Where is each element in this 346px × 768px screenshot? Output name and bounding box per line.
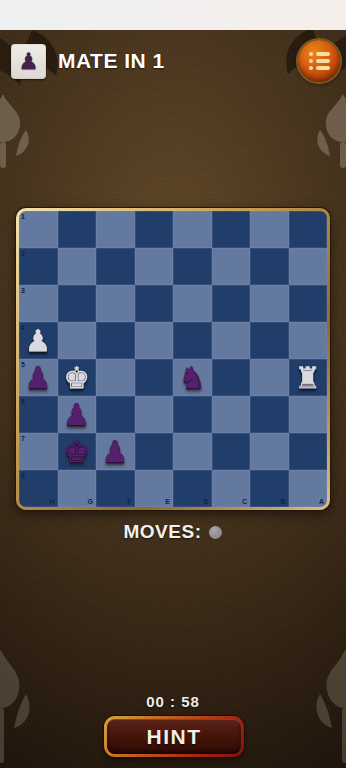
square-a4[interactable] bbox=[289, 322, 328, 359]
page-title: MATE IN 1 bbox=[58, 49, 165, 73]
square-f3[interactable] bbox=[96, 285, 135, 322]
hint-button[interactable]: HINT bbox=[104, 716, 244, 757]
square-g5[interactable]: ♚ bbox=[58, 359, 97, 396]
square-e5[interactable] bbox=[135, 359, 174, 396]
square-f6[interactable] bbox=[96, 396, 135, 433]
square-b6[interactable] bbox=[250, 396, 289, 433]
square-c7[interactable] bbox=[212, 433, 251, 470]
square-f7[interactable]: ♟ bbox=[96, 433, 135, 470]
moves-label: MOVES: bbox=[124, 521, 202, 543]
white-king-g5[interactable]: ♚ bbox=[63, 363, 90, 393]
file-label: B bbox=[280, 498, 285, 505]
square-g6[interactable]: ♟ bbox=[58, 396, 97, 433]
square-c1[interactable] bbox=[212, 211, 251, 248]
square-a6[interactable] bbox=[289, 396, 328, 433]
square-e3[interactable] bbox=[135, 285, 174, 322]
square-h4[interactable]: 4♟ bbox=[19, 322, 58, 359]
square-f8[interactable]: F bbox=[96, 470, 135, 507]
black-pawn-f7[interactable]: ♟ bbox=[102, 437, 129, 467]
square-c3[interactable] bbox=[212, 285, 251, 322]
square-b4[interactable] bbox=[250, 322, 289, 359]
square-a7[interactable] bbox=[289, 433, 328, 470]
square-d8[interactable]: D bbox=[173, 470, 212, 507]
square-a2[interactable] bbox=[289, 248, 328, 285]
puzzle-pawn-icon: ♟ bbox=[11, 44, 46, 79]
square-g4[interactable] bbox=[58, 322, 97, 359]
square-h2[interactable]: 2 bbox=[19, 248, 58, 285]
square-h1[interactable]: 1 bbox=[19, 211, 58, 248]
square-g7[interactable]: ♚ bbox=[58, 433, 97, 470]
square-d1[interactable] bbox=[173, 211, 212, 248]
square-e1[interactable] bbox=[135, 211, 174, 248]
square-a3[interactable] bbox=[289, 285, 328, 322]
square-c5[interactable] bbox=[212, 359, 251, 396]
list-icon bbox=[309, 52, 330, 70]
status-bar bbox=[0, 0, 346, 30]
black-pawn-h5[interactable]: ♟ bbox=[25, 363, 52, 393]
square-e6[interactable] bbox=[135, 396, 174, 433]
square-d7[interactable] bbox=[173, 433, 212, 470]
square-h3[interactable]: 3 bbox=[19, 285, 58, 322]
square-e7[interactable] bbox=[135, 433, 174, 470]
square-c8[interactable]: C bbox=[212, 470, 251, 507]
square-a5[interactable]: ♜ bbox=[289, 359, 328, 396]
rank-label: 1 bbox=[21, 213, 25, 220]
moves-row: MOVES: bbox=[0, 521, 346, 543]
square-d5[interactable]: ♞ bbox=[173, 359, 212, 396]
square-b5[interactable] bbox=[250, 359, 289, 396]
board-grid[interactable]: 1234♟5♟♚♞♜6♟7♚♟8HGFEDCBA bbox=[19, 211, 327, 507]
square-a8[interactable]: A bbox=[289, 470, 328, 507]
square-c2[interactable] bbox=[212, 248, 251, 285]
square-f2[interactable] bbox=[96, 248, 135, 285]
rank-label: 2 bbox=[21, 250, 25, 257]
rank-label: 7 bbox=[21, 435, 25, 442]
square-f4[interactable] bbox=[96, 322, 135, 359]
square-a1[interactable] bbox=[289, 211, 328, 248]
chess-board-frame: 1234♟5♟♚♞♜6♟7♚♟8HGFEDCBA bbox=[16, 208, 330, 510]
file-label: C bbox=[242, 498, 247, 505]
file-label: E bbox=[165, 498, 170, 505]
square-d3[interactable] bbox=[173, 285, 212, 322]
file-label: A bbox=[319, 498, 324, 505]
square-b8[interactable]: B bbox=[250, 470, 289, 507]
square-e4[interactable] bbox=[135, 322, 174, 359]
black-knight-d5[interactable]: ♞ bbox=[179, 363, 206, 393]
square-h5[interactable]: 5♟ bbox=[19, 359, 58, 396]
file-label: G bbox=[88, 498, 93, 505]
square-g2[interactable] bbox=[58, 248, 97, 285]
menu-button[interactable] bbox=[298, 40, 340, 82]
black-pawn-g6[interactable]: ♟ bbox=[63, 400, 90, 430]
square-h8[interactable]: 8H bbox=[19, 470, 58, 507]
white-rook-a5[interactable]: ♜ bbox=[294, 363, 321, 393]
moves-count-dot bbox=[209, 526, 222, 539]
square-g8[interactable]: G bbox=[58, 470, 97, 507]
square-g1[interactable] bbox=[58, 211, 97, 248]
black-king-g7[interactable]: ♚ bbox=[63, 437, 90, 467]
square-f1[interactable] bbox=[96, 211, 135, 248]
square-b1[interactable] bbox=[250, 211, 289, 248]
square-f5[interactable] bbox=[96, 359, 135, 396]
file-label: H bbox=[49, 498, 54, 505]
square-h7[interactable]: 7 bbox=[19, 433, 58, 470]
file-label: F bbox=[127, 498, 131, 505]
timer: 00 : 58 bbox=[0, 693, 346, 710]
header: ♟ MATE IN 1 bbox=[0, 30, 346, 92]
rank-label: 8 bbox=[21, 472, 25, 479]
rank-label: 3 bbox=[21, 287, 25, 294]
square-e8[interactable]: E bbox=[135, 470, 174, 507]
square-h6[interactable]: 6 bbox=[19, 396, 58, 433]
square-g3[interactable] bbox=[58, 285, 97, 322]
square-b3[interactable] bbox=[250, 285, 289, 322]
square-c4[interactable] bbox=[212, 322, 251, 359]
square-e2[interactable] bbox=[135, 248, 174, 285]
white-pawn-h4[interactable]: ♟ bbox=[25, 326, 52, 356]
black-pawn-icon: ♟ bbox=[18, 50, 39, 73]
hint-button-label: HINT bbox=[107, 719, 241, 754]
file-label: D bbox=[203, 498, 208, 505]
square-b7[interactable] bbox=[250, 433, 289, 470]
square-c6[interactable] bbox=[212, 396, 251, 433]
square-d6[interactable] bbox=[173, 396, 212, 433]
square-d2[interactable] bbox=[173, 248, 212, 285]
rank-label: 6 bbox=[21, 398, 25, 405]
square-d4[interactable] bbox=[173, 322, 212, 359]
square-b2[interactable] bbox=[250, 248, 289, 285]
